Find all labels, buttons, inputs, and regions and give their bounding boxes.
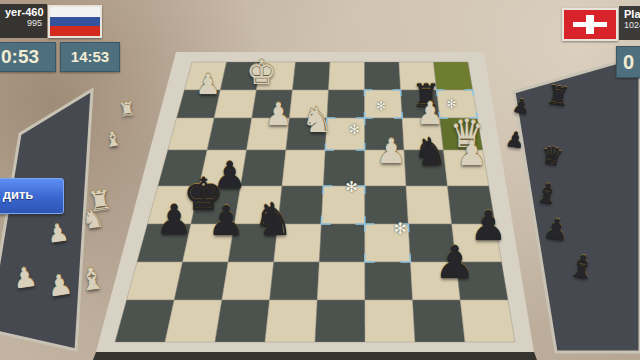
square-d1[interactable]	[329, 62, 365, 90]
square-d5[interactable]	[321, 186, 364, 224]
square-f8[interactable]	[215, 300, 270, 342]
square-b5[interactable]	[406, 186, 452, 224]
square-e7[interactable]	[270, 262, 320, 300]
captured-black-pawn: ♟	[511, 96, 531, 117]
captured-white-knight: ♞	[80, 205, 106, 233]
black-pawn-a6[interactable]: ♟	[470, 206, 507, 247]
square-f4[interactable]	[241, 150, 286, 186]
russia-flag-icon	[48, 5, 102, 38]
move-marker-c2[interactable]: ✻	[376, 100, 386, 112]
square-d6[interactable]	[319, 224, 365, 262]
captured-white-bishop: ♝	[77, 263, 108, 296]
move-marker-d3[interactable]: ✻	[349, 123, 360, 136]
right-player-clock: 0	[616, 46, 640, 78]
square-e8[interactable]	[265, 300, 317, 342]
left-player-main-clock: 0:53	[0, 42, 56, 72]
black-knight-f6[interactable]: ♞	[253, 196, 293, 241]
square-d8[interactable]	[315, 300, 365, 342]
captured-white-rook: ♜	[117, 99, 137, 120]
white-knight-e3[interactable]: ♞	[302, 103, 333, 138]
captured-black-queen: ♛	[539, 142, 565, 170]
square-c8[interactable]	[365, 300, 415, 342]
captured-white-pawn: ♟	[46, 271, 75, 302]
left-player-name: yer-460	[5, 6, 42, 18]
square-e4[interactable]	[282, 150, 325, 186]
square-e1[interactable]	[292, 62, 330, 90]
square-d4[interactable]	[323, 150, 364, 186]
black-pawn-b7[interactable]: ♟	[434, 239, 474, 284]
captured-white-pawn: ♟	[11, 262, 39, 292]
white-pawn-b3[interactable]: ♟	[416, 98, 444, 129]
right-player-badge: Pla 1024	[619, 6, 640, 40]
left-capture-tray	[0, 90, 92, 350]
captured-black-pawn: ♟	[542, 215, 571, 246]
black-pawn-h6[interactable]: ♟	[156, 200, 193, 241]
square-a8[interactable]	[460, 300, 515, 342]
white-king-f1[interactable]: ♚	[246, 55, 276, 89]
white-pawn-a4[interactable]: ♟	[457, 136, 487, 170]
captured-black-bishop: ♝	[533, 178, 561, 208]
captured-black-pawn: ♟	[504, 129, 526, 152]
black-pawn-g6[interactable]: ♟	[208, 201, 245, 242]
action-button[interactable]: дить	[0, 178, 64, 214]
move-marker-a2[interactable]: ✻	[447, 98, 457, 110]
game-scene: ✻✻✻✻✻♚♟♜♛♟♞♟♟♞♟♟♚♟♞♟♟♟♜♝♜♞♟♟♟♝♟♜♟♛♝♟♝ ye…	[0, 0, 640, 360]
captured-white-pawn: ♟	[46, 220, 71, 247]
left-player-badge: yer-460 995	[0, 4, 47, 38]
captured-black-bishop: ♝	[566, 250, 598, 285]
square-f7[interactable]	[222, 262, 274, 300]
square-c7[interactable]	[365, 262, 413, 300]
left-player-rating: 995	[5, 18, 42, 28]
square-d7[interactable]	[317, 262, 365, 300]
square-g7[interactable]	[174, 262, 228, 300]
captured-white-bishop: ♝	[103, 128, 124, 150]
black-knight-b4[interactable]: ♞	[413, 133, 447, 171]
square-b8[interactable]	[413, 300, 465, 342]
right-player-name: Pla	[624, 8, 635, 20]
square-g8[interactable]	[165, 300, 222, 342]
white-pawn-h2[interactable]: ♟	[196, 71, 221, 99]
board-front-edge	[93, 352, 537, 360]
switzerland-flag-icon	[562, 8, 618, 41]
move-marker-c6[interactable]: ✻	[393, 221, 406, 237]
white-pawn-f3[interactable]: ♟	[264, 99, 292, 130]
square-c1[interactable]	[365, 62, 401, 90]
left-player-secondary-clock: 14:53	[60, 42, 120, 72]
move-marker-d5[interactable]: ✻	[345, 180, 358, 195]
captured-black-rook: ♜	[545, 81, 572, 110]
right-player-rating: 1024	[624, 20, 635, 30]
white-pawn-c4[interactable]: ♟	[376, 134, 406, 168]
square-g3[interactable]	[207, 118, 252, 150]
